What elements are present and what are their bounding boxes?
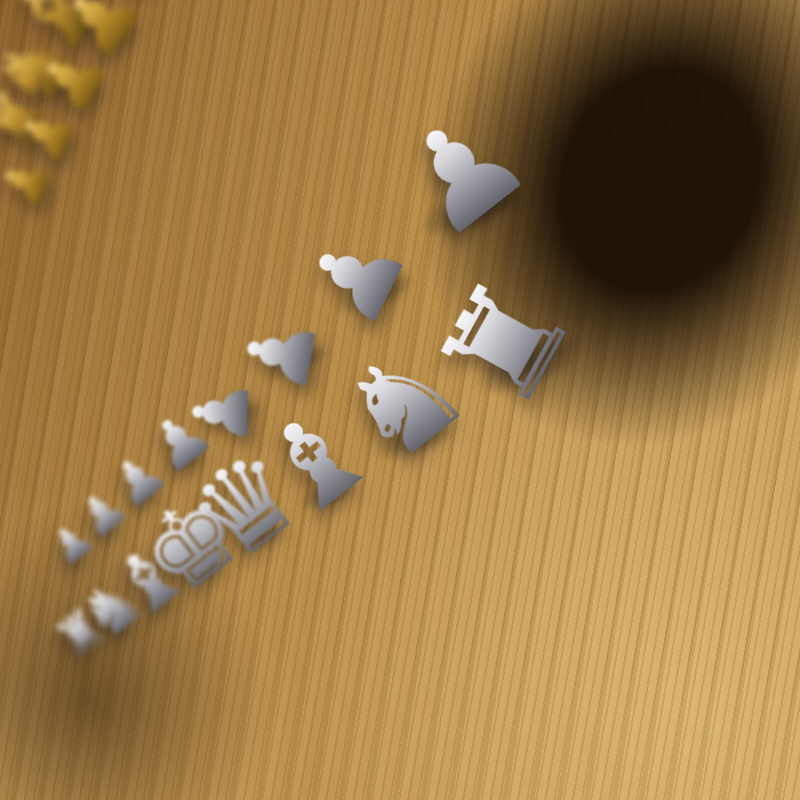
square-d3 (147, 0, 203, 112)
square-b5 (275, 0, 375, 152)
piece-shadow (351, 395, 479, 482)
board-side-edge-bottom (74, 465, 800, 779)
square-c3 (186, 0, 252, 44)
square-h5 (48, 335, 82, 445)
coordinate-labels: ABCDEFGH12345678 (12, 0, 315, 118)
file-label-f: F (169, 664, 184, 709)
piece-shadow (23, 64, 82, 104)
piece-black-b-f8: ♝ (96, 527, 202, 634)
pieces-layer: ♜♟♞♟♝♟♛♟♚♝♟♞♟♜♟♟♟♟♟♜♟♞♟♝♟♟♛♟♚♝♞♜ (0, 0, 800, 800)
piece-white-k-e1: ♚ (0, 0, 172, 34)
piece-shadow (83, 512, 132, 545)
chess-set-photo: ABCDEFGH12345678 ♜♟♞♟♝♟♛♟♚♝♟♞♟♜♟♟♟♟♟♜♟♞♟… (0, 0, 800, 800)
square-d8 (229, 449, 318, 618)
square-h3 (35, 198, 65, 303)
square-f2 (75, 32, 113, 151)
depth-haze-overlay (11, 0, 800, 763)
square-f4 (92, 170, 135, 295)
square-d5 (175, 129, 241, 283)
piece-white-n-g1: ♞ (0, 14, 91, 123)
square-f8 (137, 531, 196, 669)
square-a8 (457, 233, 654, 488)
file-label-g: G (127, 684, 141, 726)
piece-shadow (53, 71, 119, 116)
file-label-a: A (566, 460, 621, 541)
piece-shadow (66, 634, 106, 661)
piece-black-p-a7: ♟ (374, 84, 549, 261)
square-d2 (134, 0, 185, 37)
piece-shadow (96, 611, 143, 643)
square-c8 (289, 394, 402, 585)
square-a7 (413, 81, 581, 324)
piece-white-b-f1: ♝ (0, 0, 126, 79)
board-side-edge-right (318, 0, 800, 518)
piece-black-p-b7: ♟ (290, 211, 426, 342)
square-c4 (202, 0, 275, 129)
piece-shadow (4, 112, 57, 148)
piece-shadow (115, 477, 172, 516)
piece-shadow (31, 124, 89, 163)
square-h2 (29, 136, 58, 239)
piece-black-p-h7: ♟ (41, 512, 102, 574)
square-g1 (44, 28, 75, 136)
piece-shadow (78, 10, 153, 61)
square-a6 (375, 0, 520, 184)
rank-label-8: 8 (627, 254, 684, 336)
file-label-h: H (93, 702, 104, 740)
piece-shadow (196, 387, 277, 442)
wood-shadow-top-right (213, 0, 800, 657)
piece-white-p-h2: ♟ (0, 147, 61, 215)
square-b6 (301, 64, 413, 265)
square-b4 (252, 0, 341, 52)
piece-black-r-h8: ♜ (45, 598, 115, 669)
frame-bevel-outer (13, 0, 776, 752)
rank-label-6: 6 (501, 0, 541, 18)
piece-shadow (131, 583, 186, 621)
piece-black-p-d7: ♟ (182, 378, 260, 448)
piece-shadow (248, 327, 348, 395)
piece-white-r-h1: ♜ (0, 77, 61, 163)
frame-groove (15, 0, 754, 745)
square-e3 (113, 37, 160, 169)
square-d6 (191, 224, 264, 383)
square-d4 (160, 44, 220, 193)
square-h1 (23, 78, 50, 179)
piece-black-n-g8: ♞ (68, 565, 155, 654)
piece-black-r-a8: ♜ (416, 256, 595, 430)
piece-shadow (311, 251, 437, 336)
square-h4 (41, 264, 73, 371)
file-label-e: E (218, 639, 237, 688)
square-e2 (103, 0, 147, 98)
square-e1 (94, 0, 135, 32)
square-c6 (241, 152, 330, 330)
piece-black-p-c7: ♟ (230, 307, 331, 401)
square-e5 (136, 193, 191, 333)
square-b8 (363, 324, 509, 542)
file-label-c: C (350, 571, 382, 633)
wood-shadow-bottom-left (0, 420, 350, 800)
square-g5 (73, 295, 113, 413)
square-c5 (220, 52, 300, 223)
piece-black-n-b8: ♞ (317, 317, 488, 490)
square-e6 (149, 283, 209, 427)
rank-label-7: 7 (559, 89, 606, 163)
piece-shadow (221, 510, 301, 565)
square-h6 (55, 413, 91, 525)
chessboard: ABCDEFGH12345678 (12, 0, 792, 758)
board-grid (23, 0, 654, 704)
piece-shadow (11, 171, 63, 206)
square-e7 (163, 383, 229, 531)
square-h7 (62, 497, 101, 611)
square-h8 (71, 588, 113, 704)
square-f7 (124, 427, 178, 562)
file-label-d: D (277, 608, 302, 663)
piece-black-p-g7: ♟ (68, 480, 136, 549)
frame-groove-inner (18, 0, 719, 731)
piece-shadow (172, 550, 238, 595)
piece-shadow (441, 310, 610, 425)
square-f3 (83, 98, 123, 220)
square-a5 (342, 0, 469, 64)
square-g2 (51, 87, 84, 197)
piece-black-p-e7: ♟ (137, 397, 225, 486)
square-e4 (124, 112, 175, 248)
piece-white-p-d2: ♟ (71, 0, 200, 12)
piece-shadow (152, 436, 220, 482)
square-c7 (263, 265, 363, 449)
piece-white-p-e2: ♟ (46, 0, 157, 74)
square-g4 (65, 220, 102, 335)
file-label-b: B (444, 523, 484, 593)
piece-black-k-e8: ♚ (120, 472, 262, 616)
piece-black-b-c8: ♝ (237, 381, 396, 542)
piece-shadow (55, 541, 97, 570)
piece-shadow (44, 8, 111, 54)
piece-shadow (389, 154, 552, 265)
square-g3 (58, 151, 93, 264)
piece-white-p-g2: ♟ (6, 94, 89, 173)
square-f6 (113, 333, 163, 464)
piece-shadow (279, 459, 379, 527)
piece-black-q-d8: ♛ (169, 427, 324, 584)
square-g7 (91, 465, 137, 589)
square-g8 (101, 562, 151, 688)
piece-white-p-f2: ♟ (25, 34, 121, 127)
piece-black-p-f7: ♟ (100, 442, 177, 520)
square-b7 (330, 184, 457, 394)
square-f1 (67, 0, 102, 87)
square-d7 (209, 330, 289, 494)
square-e8 (179, 494, 251, 646)
square-f5 (102, 248, 149, 376)
square-g6 (82, 376, 125, 497)
